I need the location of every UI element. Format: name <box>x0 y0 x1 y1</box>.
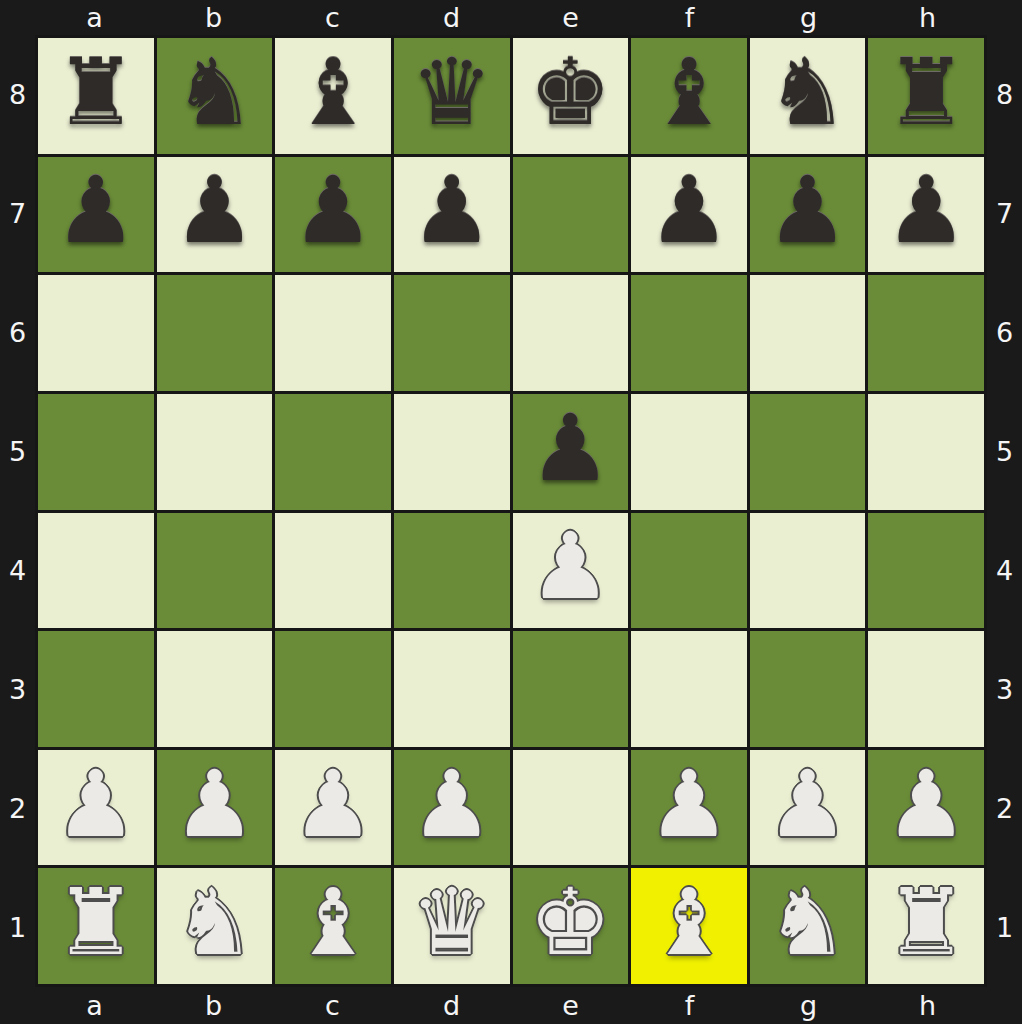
square-e8[interactable]: ♚ <box>513 38 629 154</box>
square-d3[interactable] <box>394 631 510 747</box>
square-e5[interactable]: ♟ <box>513 394 629 510</box>
rank-label-6: 6 <box>996 273 1013 392</box>
chess-board-frame: abcdefgh 87654321 ♜♞♝♛♚♝♞♜♟♟♟♟♟♟♟♟♟♟♟♟♟♟… <box>0 0 1022 1024</box>
file-label-b: b <box>154 4 273 31</box>
white-pawn: ♟ <box>766 759 848 851</box>
square-b1[interactable]: ♞ <box>157 868 273 984</box>
rank-label-1: 1 <box>996 868 1013 987</box>
white-pawn: ♟ <box>55 759 137 851</box>
black-pawn: ♟ <box>55 165 137 257</box>
rank-label-2: 2 <box>9 749 26 868</box>
square-c4[interactable] <box>275 513 391 629</box>
white-knight: ♞ <box>173 877 255 969</box>
black-pawn: ♟ <box>648 165 730 257</box>
black-rook: ♜ <box>55 47 137 139</box>
square-c7[interactable]: ♟ <box>275 157 391 273</box>
file-label-a: a <box>35 4 154 31</box>
rank-label-7: 7 <box>996 154 1013 273</box>
square-a8[interactable]: ♜ <box>38 38 154 154</box>
black-pawn: ♟ <box>885 165 967 257</box>
square-e7[interactable] <box>513 157 629 273</box>
square-c3[interactable] <box>275 631 391 747</box>
square-a5[interactable] <box>38 394 154 510</box>
rank-label-5: 5 <box>9 392 26 511</box>
file-label-e: e <box>511 4 630 31</box>
square-g2[interactable]: ♟ <box>750 750 866 866</box>
square-e1[interactable]: ♚ <box>513 868 629 984</box>
rank-label-3: 3 <box>9 630 26 749</box>
white-pawn: ♟ <box>529 521 611 613</box>
square-e6[interactable] <box>513 275 629 391</box>
black-bishop: ♝ <box>648 47 730 139</box>
rank-label-7: 7 <box>9 154 26 273</box>
white-rook: ♜ <box>55 877 137 969</box>
rank-labels-left: 87654321 <box>0 35 35 987</box>
black-pawn: ♟ <box>410 165 492 257</box>
square-h1[interactable]: ♜ <box>868 868 984 984</box>
square-b7[interactable]: ♟ <box>157 157 273 273</box>
square-b3[interactable] <box>157 631 273 747</box>
black-pawn: ♟ <box>292 165 374 257</box>
square-h3[interactable] <box>868 631 984 747</box>
square-b5[interactable] <box>157 394 273 510</box>
white-pawn: ♟ <box>648 759 730 851</box>
black-knight: ♞ <box>173 47 255 139</box>
square-h8[interactable]: ♜ <box>868 38 984 154</box>
file-label-g: g <box>749 4 868 31</box>
black-pawn: ♟ <box>173 165 255 257</box>
white-knight: ♞ <box>766 877 848 969</box>
square-b4[interactable] <box>157 513 273 629</box>
file-label-g: g <box>749 992 868 1019</box>
file-label-b: b <box>154 992 273 1019</box>
file-label-d: d <box>392 4 511 31</box>
square-d5[interactable] <box>394 394 510 510</box>
square-d7[interactable]: ♟ <box>394 157 510 273</box>
file-label-f: f <box>630 992 749 1019</box>
file-label-h: h <box>868 4 987 31</box>
square-d4[interactable] <box>394 513 510 629</box>
square-c6[interactable] <box>275 275 391 391</box>
rank-label-4: 4 <box>9 511 26 630</box>
square-f1[interactable]: ♝ <box>631 868 747 984</box>
square-h2[interactable]: ♟ <box>868 750 984 866</box>
square-f2[interactable]: ♟ <box>631 750 747 866</box>
black-rook: ♜ <box>885 47 967 139</box>
square-b6[interactable] <box>157 275 273 391</box>
square-c5[interactable] <box>275 394 391 510</box>
rank-labels-right: 87654321 <box>987 35 1022 987</box>
square-g6[interactable] <box>750 275 866 391</box>
square-h6[interactable] <box>868 275 984 391</box>
white-bishop: ♝ <box>292 877 374 969</box>
file-label-c: c <box>273 4 392 31</box>
square-b2[interactable]: ♟ <box>157 750 273 866</box>
rank-label-8: 8 <box>9 35 26 154</box>
square-f3[interactable] <box>631 631 747 747</box>
file-labels-top: abcdefgh <box>35 0 987 35</box>
square-e3[interactable] <box>513 631 629 747</box>
white-king: ♚ <box>529 877 611 969</box>
square-d1[interactable]: ♛ <box>394 868 510 984</box>
rank-label-1: 1 <box>9 868 26 987</box>
rank-label-3: 3 <box>996 630 1013 749</box>
square-g7[interactable]: ♟ <box>750 157 866 273</box>
black-bishop: ♝ <box>292 47 374 139</box>
square-d2[interactable]: ♟ <box>394 750 510 866</box>
square-g1[interactable]: ♞ <box>750 868 866 984</box>
black-queen: ♛ <box>410 47 492 139</box>
rank-label-4: 4 <box>996 511 1013 630</box>
white-bishop: ♝ <box>648 877 730 969</box>
square-d6[interactable] <box>394 275 510 391</box>
square-a3[interactable] <box>38 631 154 747</box>
square-a1[interactable]: ♜ <box>38 868 154 984</box>
square-e4[interactable]: ♟ <box>513 513 629 629</box>
square-g5[interactable] <box>750 394 866 510</box>
square-a2[interactable]: ♟ <box>38 750 154 866</box>
square-g3[interactable] <box>750 631 866 747</box>
file-labels-bottom: abcdefgh <box>35 987 987 1024</box>
black-pawn: ♟ <box>766 165 848 257</box>
black-king: ♚ <box>529 47 611 139</box>
white-pawn: ♟ <box>173 759 255 851</box>
rank-label-8: 8 <box>996 35 1013 154</box>
square-h5[interactable] <box>868 394 984 510</box>
chess-board: ♜♞♝♛♚♝♞♜♟♟♟♟♟♟♟♟♟♟♟♟♟♟♟♟♜♞♝♛♚♝♞♜ <box>35 35 987 987</box>
white-rook: ♜ <box>885 877 967 969</box>
square-g8[interactable]: ♞ <box>750 38 866 154</box>
white-queen: ♛ <box>410 877 492 969</box>
square-b8[interactable]: ♞ <box>157 38 273 154</box>
square-d8[interactable]: ♛ <box>394 38 510 154</box>
black-knight: ♞ <box>766 47 848 139</box>
white-pawn: ♟ <box>292 759 374 851</box>
square-c8[interactable]: ♝ <box>275 38 391 154</box>
file-label-e: e <box>511 992 630 1019</box>
square-e2[interactable] <box>513 750 629 866</box>
white-pawn: ♟ <box>885 759 967 851</box>
rank-label-5: 5 <box>996 392 1013 511</box>
file-label-h: h <box>868 992 987 1019</box>
square-a4[interactable] <box>38 513 154 629</box>
square-f6[interactable] <box>631 275 747 391</box>
square-f5[interactable] <box>631 394 747 510</box>
square-f8[interactable]: ♝ <box>631 38 747 154</box>
square-f7[interactable]: ♟ <box>631 157 747 273</box>
white-pawn: ♟ <box>410 759 492 851</box>
file-label-d: d <box>392 992 511 1019</box>
square-a6[interactable] <box>38 275 154 391</box>
rank-label-6: 6 <box>9 273 26 392</box>
square-h4[interactable] <box>868 513 984 629</box>
square-g4[interactable] <box>750 513 866 629</box>
square-c1[interactable]: ♝ <box>275 868 391 984</box>
file-label-f: f <box>630 4 749 31</box>
black-pawn: ♟ <box>529 403 611 495</box>
rank-label-2: 2 <box>996 749 1013 868</box>
square-a7[interactable]: ♟ <box>38 157 154 273</box>
file-label-c: c <box>273 992 392 1019</box>
square-f4[interactable] <box>631 513 747 629</box>
square-c2[interactable]: ♟ <box>275 750 391 866</box>
file-label-a: a <box>35 992 154 1019</box>
square-h7[interactable]: ♟ <box>868 157 984 273</box>
